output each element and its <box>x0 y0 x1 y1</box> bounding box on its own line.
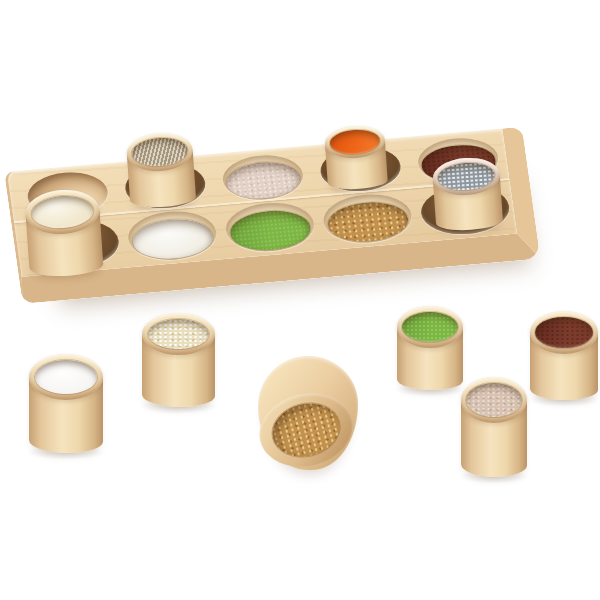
cylinder-loofah-rim <box>142 313 215 355</box>
cylinder-corduroy[interactable] <box>125 131 196 209</box>
board-cell-r1c3 <box>315 189 420 247</box>
cylinder-smooth-cream[interactable] <box>24 188 104 279</box>
board-cell-r1c2 <box>218 198 323 256</box>
hole-front-3-pad-felt-green-surface <box>227 208 313 253</box>
cylinder-sand-pink[interactable] <box>461 377 527 477</box>
cylinder-felt-dark-red-texture-surface <box>535 317 592 348</box>
hole-back-3-pad-sand-beige[interactable] <box>220 152 306 203</box>
cylinder-felt-green[interactable] <box>397 306 463 390</box>
hole-front-3-pad-felt-green[interactable] <box>223 199 317 254</box>
cylinder-mesh-grey-texture-surface <box>437 161 495 192</box>
hole-back-3-pad-sand-beige-surface <box>224 160 302 201</box>
cylinder-felt-green-rim <box>397 306 463 348</box>
photo-canvas <box>0 0 600 600</box>
cylinder-sand-pink-rim <box>461 377 527 423</box>
cylinder-loofah-texture-surface <box>148 319 209 350</box>
hole-front-2-pad-fleece-white-surface <box>130 216 216 261</box>
cylinder-fleece-white[interactable] <box>29 354 103 453</box>
cylinder-loofah[interactable] <box>142 313 215 407</box>
cylinder-fleece-white-rim <box>29 354 103 400</box>
cylinder-sand-pink-texture-surface <box>466 383 521 417</box>
cylinder-felt-green-texture-surface <box>402 312 457 343</box>
hole-front-2-pad-fleece-white[interactable] <box>125 208 219 263</box>
cylinder-fleece-white-texture-surface <box>35 360 97 394</box>
cylinder-orange-rubber[interactable] <box>324 124 388 191</box>
cylinder-cork-tilted-texture-surface <box>267 397 346 464</box>
cylinder-mesh-grey[interactable] <box>432 156 504 232</box>
hole-front-4-pad-cork-surface <box>325 199 411 244</box>
cylinder-felt-dark-red-rim <box>530 311 598 354</box>
cylinder-corduroy-texture-surface <box>131 136 188 168</box>
cylinder-felt-dark-red[interactable] <box>530 311 598 400</box>
cylinder-cork-tilted[interactable] <box>258 356 358 470</box>
cylinder-orange-rubber-texture-surface <box>329 129 381 156</box>
hole-front-4-pad-cork[interactable] <box>320 191 414 246</box>
board-cell-r1c1 <box>120 207 225 265</box>
cylinder-smooth-cream-texture-surface <box>30 194 94 230</box>
board-cell-r0c2 <box>211 148 316 206</box>
